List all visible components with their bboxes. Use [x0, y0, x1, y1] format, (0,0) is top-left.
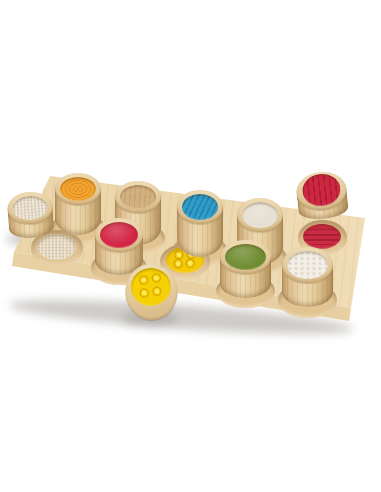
recess-insert-red-waves: [303, 224, 341, 249]
disc-face-orange-rings: [60, 177, 96, 201]
disc-top-rim: [115, 181, 161, 213]
disc-top-rim: [55, 173, 101, 205]
disc-top-rim: [237, 198, 283, 232]
disc-face-red-smooth: [100, 222, 138, 248]
disc-face-white-fleece: [287, 251, 328, 279]
disc-cream-stipple[interactable]: [6, 190, 54, 239]
disc-blue-waves[interactable]: [177, 190, 223, 257]
disc-face-blue-waves: [182, 194, 218, 220]
disc-yellow-bumps[interactable]: [123, 261, 178, 296]
disc-top-rim: [177, 190, 223, 224]
disc-top-rim: [282, 247, 333, 283]
product-photo-stage: [0, 0, 381, 492]
disc-face-green-smooth: [225, 244, 266, 270]
disc-face-cream-smooth: [242, 202, 278, 228]
disc-top-rim: [220, 240, 271, 274]
disc-face-red-waves: [301, 172, 342, 208]
recess-insert-cream-stipple: [37, 234, 76, 260]
disc-face-wood-plain: [120, 185, 156, 209]
disc-green-smooth[interactable]: [220, 240, 271, 298]
disc-white-fleece[interactable]: [282, 247, 333, 307]
disc-face-cream-stipple: [12, 195, 49, 221]
disc-face-yellow-bumps: [129, 266, 173, 308]
disc-red-waves[interactable]: [295, 170, 350, 222]
disc-top-rim: [95, 218, 143, 252]
